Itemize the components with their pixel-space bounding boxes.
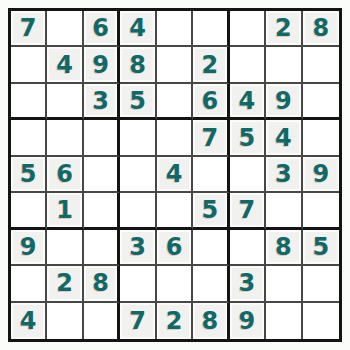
cell-r2c8[interactable] [266, 47, 302, 83]
cell-r8c2: 2 [47, 266, 83, 302]
cell-r9c2[interactable] [47, 303, 83, 339]
cell-r9c8[interactable] [266, 303, 302, 339]
cell-r1c1: 7 [11, 11, 47, 47]
cell-r1c8: 2 [266, 11, 302, 47]
cell-r6c5[interactable] [157, 193, 193, 229]
cell-r3c4: 5 [120, 84, 156, 120]
cell-r7c8: 8 [266, 230, 302, 266]
cell-r5c4[interactable] [120, 157, 156, 193]
cell-r8c7: 3 [230, 266, 266, 302]
cell-r2c6: 2 [193, 47, 229, 83]
cell-r6c1[interactable] [11, 193, 47, 229]
cell-r8c5[interactable] [157, 266, 193, 302]
cell-r4c7: 5 [230, 120, 266, 156]
cell-r5c7[interactable] [230, 157, 266, 193]
cell-r1c4: 4 [120, 11, 156, 47]
cell-r1c6[interactable] [193, 11, 229, 47]
cell-r4c3[interactable] [84, 120, 120, 156]
cell-r8c3: 8 [84, 266, 120, 302]
cell-r4c9[interactable] [303, 120, 339, 156]
cell-r7c3[interactable] [84, 230, 120, 266]
cell-r9c1: 4 [11, 303, 47, 339]
cell-r7c2[interactable] [47, 230, 83, 266]
cell-r8c4[interactable] [120, 266, 156, 302]
cell-r5c2: 6 [47, 157, 83, 193]
cell-r8c9[interactable] [303, 266, 339, 302]
cell-r2c9[interactable] [303, 47, 339, 83]
cell-r5c5: 4 [157, 157, 193, 193]
cell-r2c1[interactable] [11, 47, 47, 83]
cell-r9c3[interactable] [84, 303, 120, 339]
cell-r4c1[interactable] [11, 120, 47, 156]
cell-r2c2: 4 [47, 47, 83, 83]
cell-r2c4: 8 [120, 47, 156, 83]
cell-r9c5: 2 [157, 303, 193, 339]
cell-r8c8[interactable] [266, 266, 302, 302]
cell-r5c9: 9 [303, 157, 339, 193]
cell-r4c4[interactable] [120, 120, 156, 156]
cell-r8c1[interactable] [11, 266, 47, 302]
cell-r7c5: 6 [157, 230, 193, 266]
cell-r4c8: 4 [266, 120, 302, 156]
cell-r7c6[interactable] [193, 230, 229, 266]
cell-r3c8: 9 [266, 84, 302, 120]
cell-r5c8: 3 [266, 157, 302, 193]
cell-r4c6: 7 [193, 120, 229, 156]
cell-r9c7: 9 [230, 303, 266, 339]
cell-r1c7[interactable] [230, 11, 266, 47]
cell-r7c7[interactable] [230, 230, 266, 266]
cell-r6c7: 7 [230, 193, 266, 229]
cell-r9c6: 8 [193, 303, 229, 339]
cell-r5c1: 5 [11, 157, 47, 193]
cell-r2c7[interactable] [230, 47, 266, 83]
cell-r2c5[interactable] [157, 47, 193, 83]
cell-r9c9[interactable] [303, 303, 339, 339]
cell-r6c9[interactable] [303, 193, 339, 229]
cell-r7c4: 3 [120, 230, 156, 266]
cell-r1c3: 6 [84, 11, 120, 47]
cell-r3c3: 3 [84, 84, 120, 120]
cell-r3c5[interactable] [157, 84, 193, 120]
cell-r3c9[interactable] [303, 84, 339, 120]
cell-r1c9: 8 [303, 11, 339, 47]
cell-r3c2[interactable] [47, 84, 83, 120]
cell-r8c6[interactable] [193, 266, 229, 302]
cell-r6c6: 5 [193, 193, 229, 229]
cell-r3c7: 4 [230, 84, 266, 120]
cell-r3c1[interactable] [11, 84, 47, 120]
cell-r6c4[interactable] [120, 193, 156, 229]
cell-r4c2[interactable] [47, 120, 83, 156]
cell-r2c3: 9 [84, 47, 120, 83]
cell-r5c6[interactable] [193, 157, 229, 193]
cell-r6c8[interactable] [266, 193, 302, 229]
cell-r1c2[interactable] [47, 11, 83, 47]
cell-r4c5[interactable] [157, 120, 193, 156]
cell-r6c3[interactable] [84, 193, 120, 229]
cell-r3c6: 6 [193, 84, 229, 120]
sudoku-board: 76428498235649754564391579368528347289 [8, 8, 342, 342]
cell-r5c3[interactable] [84, 157, 120, 193]
cell-r1c5[interactable] [157, 11, 193, 47]
cell-r7c1: 9 [11, 230, 47, 266]
cell-r7c9: 5 [303, 230, 339, 266]
cell-r9c4: 7 [120, 303, 156, 339]
cell-r6c2: 1 [47, 193, 83, 229]
